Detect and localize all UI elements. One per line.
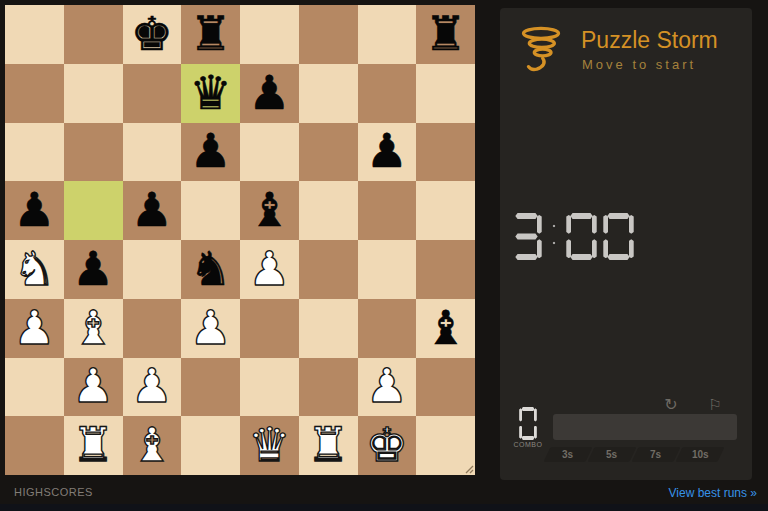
piece-white-pawn[interactable]: ♟: [248, 245, 290, 292]
piece-white-knight[interactable]: ♞: [13, 245, 55, 292]
piece-black-pawn[interactable]: ♟: [131, 186, 173, 233]
square-g5[interactable]: [358, 181, 417, 240]
square-d8[interactable]: ♜: [181, 5, 240, 64]
piece-white-rook[interactable]: ♜: [307, 421, 349, 468]
square-d7[interactable]: ♛: [181, 64, 240, 123]
piece-black-pawn[interactable]: ♟: [190, 127, 232, 174]
square-d3[interactable]: ♟: [181, 299, 240, 358]
square-f4[interactable]: [299, 240, 358, 299]
square-e2[interactable]: [240, 358, 299, 417]
square-h2[interactable]: [416, 358, 475, 417]
square-c4[interactable]: [123, 240, 182, 299]
panel-title: Puzzle Storm: [581, 27, 718, 54]
combo-bonus-label: 3s: [562, 449, 573, 460]
piece-black-king[interactable]: ♚: [131, 10, 173, 57]
square-h4[interactable]: [416, 240, 475, 299]
bottom-strip: [0, 504, 768, 511]
panel-subtitle: Move to start: [582, 57, 696, 72]
square-g3[interactable]: [358, 299, 417, 358]
piece-black-rook[interactable]: ♜: [190, 10, 232, 57]
piece-white-bishop[interactable]: ♝: [131, 421, 173, 468]
square-g4[interactable]: [358, 240, 417, 299]
combo-counter: [519, 407, 537, 440]
timer-display: [511, 213, 640, 260]
square-h7[interactable]: [416, 64, 475, 123]
square-c6[interactable]: [123, 123, 182, 182]
combo-bonus-3s: 3s: [544, 447, 593, 462]
combo-bonus-label: 10s: [692, 449, 709, 460]
refresh-icon[interactable]: ↻: [662, 396, 680, 414]
square-h6[interactable]: [416, 123, 475, 182]
square-c3[interactable]: [123, 299, 182, 358]
piece-black-bishop[interactable]: ♝: [425, 304, 467, 351]
square-b5[interactable]: [64, 181, 123, 240]
piece-white-king[interactable]: ♚: [366, 421, 408, 468]
square-b2[interactable]: ♟: [64, 358, 123, 417]
piece-black-pawn[interactable]: ♟: [366, 127, 408, 174]
square-e8[interactable]: [240, 5, 299, 64]
square-e6[interactable]: [240, 123, 299, 182]
square-e1[interactable]: ♛: [240, 416, 299, 475]
square-e3[interactable]: [240, 299, 299, 358]
piece-black-pawn[interactable]: ♟: [13, 186, 55, 233]
piece-white-pawn[interactable]: ♟: [131, 362, 173, 409]
square-c7[interactable]: [123, 64, 182, 123]
square-f3[interactable]: [299, 299, 358, 358]
piece-white-pawn[interactable]: ♟: [72, 362, 114, 409]
square-d6[interactable]: ♟: [181, 123, 240, 182]
piece-black-knight[interactable]: ♞: [190, 245, 232, 292]
square-g2[interactable]: ♟: [358, 358, 417, 417]
square-f8[interactable]: [299, 5, 358, 64]
combo-progress-bar: [553, 414, 737, 440]
square-a3[interactable]: ♟: [5, 299, 64, 358]
square-h3[interactable]: ♝: [416, 299, 475, 358]
square-c5[interactable]: ♟: [123, 181, 182, 240]
combo-bonus-7s: 7s: [632, 447, 681, 462]
square-a5[interactable]: ♟: [5, 181, 64, 240]
square-f2[interactable]: [299, 358, 358, 417]
piece-white-rook[interactable]: ♜: [72, 421, 114, 468]
square-e4[interactable]: ♟: [240, 240, 299, 299]
square-a8[interactable]: [5, 5, 64, 64]
puzzle-storm-panel: Puzzle Storm Move to start ↻ ⚐ COMBO 3s5…: [500, 8, 752, 480]
square-d5[interactable]: [181, 181, 240, 240]
piece-white-pawn[interactable]: ♟: [190, 304, 232, 351]
flag-icon[interactable]: ⚐: [706, 396, 724, 414]
view-best-runs-link[interactable]: View best runs »: [669, 486, 758, 500]
piece-white-pawn[interactable]: ♟: [13, 304, 55, 351]
board-resize-handle[interactable]: [462, 462, 474, 474]
square-g8[interactable]: [358, 5, 417, 64]
square-h8[interactable]: ♜: [416, 5, 475, 64]
puzzle-storm-page: ♚♜♜♛♟♟♟♟♟♝♞♟♞♟♟♝♟♝♟♟♟♜♝♛♜♚ Puzzle Storm …: [0, 0, 768, 511]
square-d4[interactable]: ♞: [181, 240, 240, 299]
square-b7[interactable]: [64, 64, 123, 123]
square-c1[interactable]: ♝: [123, 416, 182, 475]
square-a1[interactable]: [5, 416, 64, 475]
square-a4[interactable]: ♞: [5, 240, 64, 299]
square-b6[interactable]: [64, 123, 123, 182]
square-f1[interactable]: ♜: [299, 416, 358, 475]
square-f6[interactable]: [299, 123, 358, 182]
combo-bonus-label: 7s: [650, 449, 661, 460]
piece-black-queen[interactable]: ♛: [190, 69, 232, 116]
square-a7[interactable]: [5, 64, 64, 123]
piece-black-rook[interactable]: ♜: [425, 10, 467, 57]
highscores-label: HIGHSCORES: [14, 486, 93, 498]
square-f7[interactable]: [299, 64, 358, 123]
piece-white-queen[interactable]: ♛: [248, 421, 290, 468]
piece-black-pawn[interactable]: ♟: [72, 245, 114, 292]
square-g6[interactable]: ♟: [358, 123, 417, 182]
square-e7[interactable]: ♟: [240, 64, 299, 123]
square-d2[interactable]: [181, 358, 240, 417]
square-b3[interactable]: ♝: [64, 299, 123, 358]
tornado-icon: [516, 25, 566, 75]
combo-bonus-row: 3s5s7s10s: [547, 447, 721, 462]
piece-black-bishop[interactable]: ♝: [248, 186, 290, 233]
piece-white-bishop[interactable]: ♝: [72, 304, 114, 351]
square-g7[interactable]: [358, 64, 417, 123]
chess-board[interactable]: ♚♜♜♛♟♟♟♟♟♝♞♟♞♟♟♝♟♝♟♟♟♜♝♛♜♚: [5, 5, 475, 475]
square-f5[interactable]: [299, 181, 358, 240]
combo-label: COMBO: [507, 441, 549, 448]
square-c8[interactable]: ♚: [123, 5, 182, 64]
combo-bonus-10s: 10s: [676, 447, 725, 462]
square-h5[interactable]: [416, 181, 475, 240]
piece-white-pawn[interactable]: ♟: [366, 362, 408, 409]
combo-bonus-5s: 5s: [588, 447, 637, 462]
square-d1[interactable]: [181, 416, 240, 475]
square-a2[interactable]: [5, 358, 64, 417]
square-e5[interactable]: ♝: [240, 181, 299, 240]
square-a6[interactable]: [5, 123, 64, 182]
square-b8[interactable]: [64, 5, 123, 64]
square-b4[interactable]: ♟: [64, 240, 123, 299]
square-c2[interactable]: ♟: [123, 358, 182, 417]
piece-black-pawn[interactable]: ♟: [248, 69, 290, 116]
square-g1[interactable]: ♚: [358, 416, 417, 475]
square-b1[interactable]: ♜: [64, 416, 123, 475]
combo-bonus-label: 5s: [606, 449, 617, 460]
